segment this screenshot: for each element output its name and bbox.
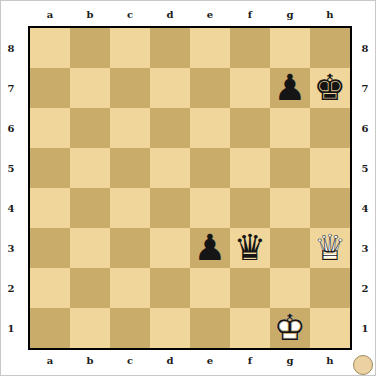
square-d5[interactable] [150, 148, 190, 188]
square-b7[interactable] [70, 68, 110, 108]
square-c5[interactable] [110, 148, 150, 188]
square-e8[interactable] [190, 28, 230, 68]
rank-label-5: 5 [357, 148, 373, 188]
file-label-a: a [30, 353, 70, 367]
file-label-c: c [110, 7, 150, 21]
file-labels-top: abcdefgh [30, 7, 350, 21]
square-g5[interactable] [270, 148, 310, 188]
piece-black-pawn[interactable]: ♟ [190, 228, 230, 268]
square-g7[interactable]: ♟ [270, 68, 310, 108]
rank-label-3: 3 [357, 228, 373, 268]
square-e2[interactable] [190, 268, 230, 308]
piece-white-queen[interactable]: ♕ [310, 228, 350, 268]
square-h3[interactable]: ♛♕ [310, 228, 350, 268]
file-label-g: g [270, 353, 310, 367]
file-label-d: d [150, 7, 190, 21]
square-b1[interactable] [70, 308, 110, 348]
rank-label-8: 8 [357, 28, 373, 68]
square-e7[interactable] [190, 68, 230, 108]
rank-label-3: 3 [3, 228, 19, 268]
file-label-e: e [190, 7, 230, 21]
chess-board: ♟♚♟♛♛♕♚♔ [28, 26, 352, 350]
square-h4[interactable] [310, 188, 350, 228]
square-g3[interactable] [270, 228, 310, 268]
rank-label-2: 2 [3, 268, 19, 308]
piece-black-queen[interactable]: ♛ [230, 228, 270, 268]
square-a3[interactable] [30, 228, 70, 268]
rank-label-6: 6 [357, 108, 373, 148]
square-c4[interactable] [110, 188, 150, 228]
square-f3[interactable]: ♛ [230, 228, 270, 268]
file-label-d: d [150, 353, 190, 367]
square-d4[interactable] [150, 188, 190, 228]
file-label-e: e [190, 353, 230, 367]
square-b2[interactable] [70, 268, 110, 308]
square-f5[interactable] [230, 148, 270, 188]
file-label-a: a [30, 7, 70, 21]
rank-labels-right: 87654321 [357, 28, 373, 348]
piece-black-king[interactable]: ♚ [310, 68, 350, 108]
square-c7[interactable] [110, 68, 150, 108]
square-d3[interactable] [150, 228, 190, 268]
turn-indicator-white-to-move [353, 355, 373, 375]
square-b5[interactable] [70, 148, 110, 188]
square-h1[interactable] [310, 308, 350, 348]
rank-label-4: 4 [3, 188, 19, 228]
piece-white-king-fill: ♚ [270, 308, 310, 348]
square-g2[interactable] [270, 268, 310, 308]
square-c3[interactable] [110, 228, 150, 268]
square-c2[interactable] [110, 268, 150, 308]
file-label-c: c [110, 353, 150, 367]
file-label-f: f [230, 353, 270, 367]
file-label-g: g [270, 7, 310, 21]
file-label-h: h [310, 7, 350, 21]
square-b3[interactable] [70, 228, 110, 268]
square-f6[interactable] [230, 108, 270, 148]
square-h5[interactable] [310, 148, 350, 188]
square-a8[interactable] [30, 28, 70, 68]
square-b8[interactable] [70, 28, 110, 68]
file-label-f: f [230, 7, 270, 21]
square-h6[interactable] [310, 108, 350, 148]
rank-label-8: 8 [3, 28, 19, 68]
rank-label-1: 1 [357, 308, 373, 348]
rank-label-4: 4 [357, 188, 373, 228]
rank-label-6: 6 [3, 108, 19, 148]
square-f7[interactable] [230, 68, 270, 108]
square-d7[interactable] [150, 68, 190, 108]
square-e6[interactable] [190, 108, 230, 148]
file-label-b: b [70, 7, 110, 21]
square-c1[interactable] [110, 308, 150, 348]
piece-white-queen-fill: ♛ [310, 228, 350, 268]
square-b6[interactable] [70, 108, 110, 148]
square-c6[interactable] [110, 108, 150, 148]
square-f1[interactable] [230, 308, 270, 348]
chess-diagram: abcdefgh abcdefgh 87654321 87654321 ♟♚♟♛… [0, 0, 376, 376]
square-d8[interactable] [150, 28, 190, 68]
rank-label-2: 2 [357, 268, 373, 308]
square-a5[interactable] [30, 148, 70, 188]
square-a1[interactable] [30, 308, 70, 348]
square-g8[interactable] [270, 28, 310, 68]
square-e4[interactable] [190, 188, 230, 228]
rank-label-7: 7 [357, 68, 373, 108]
square-g6[interactable] [270, 108, 310, 148]
square-d1[interactable] [150, 308, 190, 348]
file-label-h: h [310, 353, 350, 367]
square-c8[interactable] [110, 28, 150, 68]
piece-white-king[interactable]: ♔ [270, 308, 310, 348]
square-a2[interactable] [30, 268, 70, 308]
rank-labels-left: 87654321 [3, 28, 19, 348]
rank-label-7: 7 [3, 68, 19, 108]
square-a6[interactable] [30, 108, 70, 148]
square-f2[interactable] [230, 268, 270, 308]
square-d2[interactable] [150, 268, 190, 308]
square-h7[interactable]: ♚ [310, 68, 350, 108]
square-a4[interactable] [30, 188, 70, 228]
square-e5[interactable] [190, 148, 230, 188]
square-f4[interactable] [230, 188, 270, 228]
square-f8[interactable] [230, 28, 270, 68]
square-b4[interactable] [70, 188, 110, 228]
square-a7[interactable] [30, 68, 70, 108]
square-g4[interactable] [270, 188, 310, 228]
rank-label-1: 1 [3, 308, 19, 348]
square-h8[interactable] [310, 28, 350, 68]
piece-black-pawn[interactable]: ♟ [270, 68, 310, 108]
square-d6[interactable] [150, 108, 190, 148]
rank-label-5: 5 [3, 148, 19, 188]
square-e3[interactable]: ♟ [190, 228, 230, 268]
file-label-b: b [70, 353, 110, 367]
square-h2[interactable] [310, 268, 350, 308]
file-labels-bottom: abcdefgh [30, 353, 350, 367]
square-g1[interactable]: ♚♔ [270, 308, 310, 348]
square-e1[interactable] [190, 308, 230, 348]
